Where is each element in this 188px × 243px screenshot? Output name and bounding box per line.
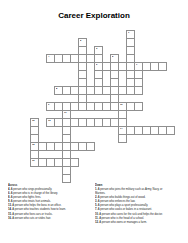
clue-number: 11. bbox=[95, 216, 99, 219]
clue-number: 1. bbox=[95, 188, 97, 191]
grid-cell[interactable] bbox=[86, 142, 95, 151]
grid-cell[interactable] bbox=[94, 54, 103, 63]
cell-number: 3 bbox=[96, 47, 97, 49]
clue-number: 14. bbox=[8, 208, 12, 211]
grid-cell[interactable] bbox=[62, 174, 71, 183]
cell-number: 13 bbox=[48, 119, 51, 121]
clue: 12. A person who owns or manages a farm. bbox=[95, 220, 172, 224]
clue-number: 12. bbox=[95, 220, 99, 223]
clue-number: 4. bbox=[8, 188, 10, 191]
cell-number: 7 bbox=[136, 63, 137, 65]
cell-number: 12 bbox=[32, 119, 35, 121]
grid-cell[interactable] bbox=[110, 78, 119, 87]
grid-cell[interactable] bbox=[78, 78, 87, 87]
cell-number: 2 bbox=[80, 39, 81, 41]
clue-number: 3. bbox=[95, 200, 97, 203]
clue-number: 15. bbox=[8, 212, 12, 215]
clue-number: 5. bbox=[95, 204, 97, 207]
clue-number: 13. bbox=[8, 204, 12, 207]
clue-number: 7. bbox=[95, 208, 97, 211]
cell-number: 4 bbox=[48, 55, 49, 57]
cell-number: 15 bbox=[32, 143, 35, 145]
grid-cell[interactable] bbox=[78, 94, 87, 103]
grid-cell[interactable] bbox=[158, 62, 167, 71]
grid-cell[interactable] bbox=[30, 134, 39, 143]
grid-cell[interactable] bbox=[62, 150, 71, 159]
cell-number: 9 bbox=[48, 103, 49, 105]
grid-cell[interactable] bbox=[126, 54, 135, 63]
across-header: Across bbox=[8, 183, 92, 187]
clue: 1. A person who joins the military such … bbox=[95, 188, 172, 196]
clue-number: 16. bbox=[8, 216, 12, 219]
across-clue-list: Across 4. A person who sings professiona… bbox=[8, 183, 92, 220]
grid-cell[interactable] bbox=[110, 94, 119, 103]
cell-number: 1 bbox=[128, 31, 129, 33]
grid-cell[interactable] bbox=[134, 86, 143, 95]
down-clue-list: Down 1. A person who joins the military … bbox=[95, 183, 172, 224]
cell-number: 16 bbox=[32, 159, 35, 161]
grid-cell[interactable]: 5 bbox=[110, 54, 119, 63]
clue-number: 10. bbox=[95, 212, 99, 215]
grid-cell[interactable] bbox=[134, 78, 143, 87]
grid-cell[interactable] bbox=[78, 46, 87, 55]
clue-number: 9. bbox=[8, 200, 10, 203]
clue-number: 6. bbox=[8, 192, 10, 195]
grid-cell[interactable] bbox=[166, 126, 175, 135]
grid-cell[interactable] bbox=[134, 102, 143, 111]
cell-number: 6 bbox=[96, 63, 97, 65]
grid-cell[interactable]: 11 bbox=[62, 110, 71, 119]
clue-number: 8. bbox=[8, 196, 10, 199]
clue-number: 2. bbox=[95, 196, 97, 199]
grid-cell[interactable] bbox=[70, 158, 79, 167]
grid-cell[interactable] bbox=[62, 134, 71, 143]
clue: 16. A person who cuts or styles hair. bbox=[8, 216, 92, 220]
puzzle-title: Career Exploration bbox=[0, 11, 188, 20]
grid-cell[interactable] bbox=[94, 78, 103, 87]
cell-number: 10 bbox=[120, 103, 123, 105]
down-header: Down bbox=[95, 183, 172, 187]
cell-number: 8 bbox=[56, 87, 57, 89]
grid-cell[interactable] bbox=[118, 118, 127, 127]
cell-number: 11 bbox=[64, 111, 66, 113]
grid-cell[interactable] bbox=[118, 134, 127, 143]
cell-number: 14 bbox=[120, 127, 123, 129]
cell-number: 5 bbox=[112, 55, 113, 57]
grid-cell[interactable] bbox=[30, 150, 39, 159]
